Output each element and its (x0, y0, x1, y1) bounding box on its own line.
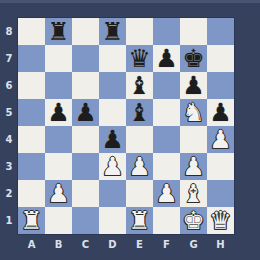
square-h1[interactable]: ♛ (207, 207, 234, 234)
file-label-h: H (207, 235, 234, 253)
square-g5[interactable]: ♞ (180, 99, 207, 126)
piece-black-bishop-e6: ♝ (128, 72, 150, 99)
piece-black-king-g7: ♚ (182, 45, 204, 72)
square-c4[interactable] (72, 126, 99, 153)
piece-black-pawn-f7: ♟ (155, 45, 177, 72)
file-label-c: C (72, 235, 99, 253)
square-f6[interactable] (153, 72, 180, 99)
square-h3[interactable] (207, 153, 234, 180)
square-b1[interactable] (45, 207, 72, 234)
piece-white-king-g1: ♚ (182, 207, 204, 234)
piece-white-rook-a1: ♜ (20, 207, 42, 234)
rank-label-2: 2 (0, 180, 18, 207)
square-g4[interactable] (180, 126, 207, 153)
square-a8[interactable] (18, 18, 45, 45)
piece-black-pawn-d4: ♟ (101, 126, 123, 153)
square-b5[interactable]: ♟ (45, 99, 72, 126)
square-h6[interactable] (207, 72, 234, 99)
file-label-g: G (180, 235, 207, 253)
square-e1[interactable]: ♜ (126, 207, 153, 234)
square-e7[interactable]: ♛ (126, 45, 153, 72)
piece-white-queen-h1: ♛ (209, 207, 231, 234)
square-h2[interactable] (207, 180, 234, 207)
rank-label-3: 3 (0, 153, 18, 180)
square-b6[interactable] (45, 72, 72, 99)
square-c2[interactable] (72, 180, 99, 207)
piece-black-pawn-g6: ♟ (182, 72, 204, 99)
square-d6[interactable] (99, 72, 126, 99)
square-g3[interactable]: ♟ (180, 153, 207, 180)
piece-white-pawn-d3: ♟ (101, 153, 123, 180)
file-label-b: B (45, 235, 72, 253)
piece-white-pawn-f2: ♟ (155, 180, 177, 207)
square-d4[interactable]: ♟ (99, 126, 126, 153)
piece-white-knight-g5: ♞ (182, 99, 204, 126)
square-c7[interactable] (72, 45, 99, 72)
square-d1[interactable] (99, 207, 126, 234)
file-label-f: F (153, 235, 180, 253)
square-a3[interactable] (18, 153, 45, 180)
piece-black-pawn-b5: ♟ (47, 99, 69, 126)
square-g8[interactable] (180, 18, 207, 45)
square-e4[interactable] (126, 126, 153, 153)
file-label-a: A (18, 235, 45, 253)
square-f4[interactable] (153, 126, 180, 153)
file-label-e: E (126, 235, 153, 253)
chess-board: ♜♜♛♟♚♝♟♟♟♝♞♟♟♟♟♟♟♟♟♝♜♜♚♛ (18, 18, 234, 234)
rank-label-6: 6 (0, 72, 18, 99)
square-d7[interactable] (99, 45, 126, 72)
piece-white-rook-e1: ♜ (128, 207, 150, 234)
square-h7[interactable] (207, 45, 234, 72)
square-a6[interactable] (18, 72, 45, 99)
square-b7[interactable] (45, 45, 72, 72)
square-e8[interactable] (126, 18, 153, 45)
file-labels: ABCDEFGH (18, 235, 234, 253)
square-g1[interactable]: ♚ (180, 207, 207, 234)
square-f7[interactable]: ♟ (153, 45, 180, 72)
piece-black-queen-e7: ♛ (128, 45, 150, 72)
square-h8[interactable] (207, 18, 234, 45)
rank-label-4: 4 (0, 126, 18, 153)
rank-label-1: 1 (0, 207, 18, 234)
rank-label-8: 8 (0, 18, 18, 45)
square-e3[interactable]: ♟ (126, 153, 153, 180)
square-h5[interactable]: ♟ (207, 99, 234, 126)
file-label-d: D (99, 235, 126, 253)
square-g2[interactable]: ♝ (180, 180, 207, 207)
square-f3[interactable] (153, 153, 180, 180)
square-a2[interactable] (18, 180, 45, 207)
square-c5[interactable]: ♟ (72, 99, 99, 126)
chess-board-window: 87654321 ♜♜♛♟♚♝♟♟♟♝♞♟♟♟♟♟♟♟♟♝♜♜♚♛ ABCDEF… (0, 0, 260, 260)
piece-white-bishop-g2: ♝ (182, 180, 204, 207)
rank-labels: 87654321 (0, 18, 18, 234)
square-e6[interactable]: ♝ (126, 72, 153, 99)
rank-label-5: 5 (0, 99, 18, 126)
square-d3[interactable]: ♟ (99, 153, 126, 180)
square-d8[interactable]: ♜ (99, 18, 126, 45)
square-a7[interactable] (18, 45, 45, 72)
piece-white-pawn-h4: ♟ (209, 126, 231, 153)
piece-white-pawn-e3: ♟ (128, 153, 150, 180)
square-a1[interactable]: ♜ (18, 207, 45, 234)
square-h4[interactable]: ♟ (207, 126, 234, 153)
piece-black-rook-d8: ♜ (101, 18, 123, 45)
piece-black-bishop-e5: ♝ (128, 99, 150, 126)
square-f8[interactable] (153, 18, 180, 45)
square-c6[interactable] (72, 72, 99, 99)
piece-black-rook-b8: ♜ (47, 18, 69, 45)
square-f5[interactable] (153, 99, 180, 126)
square-e2[interactable] (126, 180, 153, 207)
square-d5[interactable] (99, 99, 126, 126)
piece-black-pawn-c5: ♟ (74, 99, 96, 126)
square-g6[interactable]: ♟ (180, 72, 207, 99)
square-b3[interactable] (45, 153, 72, 180)
square-c1[interactable] (72, 207, 99, 234)
square-f2[interactable]: ♟ (153, 180, 180, 207)
piece-white-pawn-b2: ♟ (47, 180, 69, 207)
square-b8[interactable]: ♜ (45, 18, 72, 45)
piece-white-pawn-g3: ♟ (182, 153, 204, 180)
piece-black-pawn-h5: ♟ (209, 99, 231, 126)
square-f1[interactable] (153, 207, 180, 234)
square-e5[interactable]: ♝ (126, 99, 153, 126)
rank-label-7: 7 (0, 45, 18, 72)
square-g7[interactable]: ♚ (180, 45, 207, 72)
square-a4[interactable] (18, 126, 45, 153)
square-b4[interactable] (45, 126, 72, 153)
square-c8[interactable] (72, 18, 99, 45)
square-d2[interactable] (99, 180, 126, 207)
square-c3[interactable] (72, 153, 99, 180)
square-b2[interactable]: ♟ (45, 180, 72, 207)
square-a5[interactable] (18, 99, 45, 126)
